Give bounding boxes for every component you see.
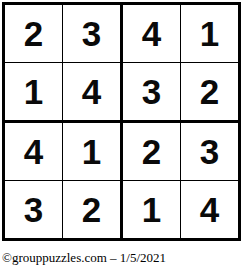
cell-r3c2[interactable]: 1 — [63, 123, 123, 181]
sudoku-page: 2 3 4 1 1 4 3 2 4 1 2 3 3 2 1 4 ©grouppu… — [0, 0, 247, 269]
cell-r3c4[interactable]: 3 — [181, 123, 238, 181]
cell-r4c1[interactable]: 3 — [5, 181, 63, 238]
cell-r3c1[interactable]: 4 — [5, 123, 63, 181]
cell-r2c4[interactable]: 2 — [181, 63, 238, 123]
credit-caption: ©grouppuzzles.com – 1/5/2021 — [2, 250, 166, 266]
cell-r4c4[interactable]: 4 — [181, 181, 238, 238]
cell-r1c4[interactable]: 1 — [181, 5, 238, 63]
cell-r4c3[interactable]: 1 — [123, 181, 181, 238]
cell-r1c3[interactable]: 4 — [123, 5, 181, 63]
cell-r4c2[interactable]: 2 — [63, 181, 123, 238]
cell-r2c3[interactable]: 3 — [123, 63, 181, 123]
sudoku-board: 2 3 4 1 1 4 3 2 4 1 2 3 3 2 1 4 — [2, 2, 241, 241]
cell-r2c1[interactable]: 1 — [5, 63, 63, 123]
cell-r3c3[interactable]: 2 — [123, 123, 181, 181]
cell-r1c1[interactable]: 2 — [5, 5, 63, 63]
cell-r2c2[interactable]: 4 — [63, 63, 123, 123]
cell-r1c2[interactable]: 3 — [63, 5, 123, 63]
